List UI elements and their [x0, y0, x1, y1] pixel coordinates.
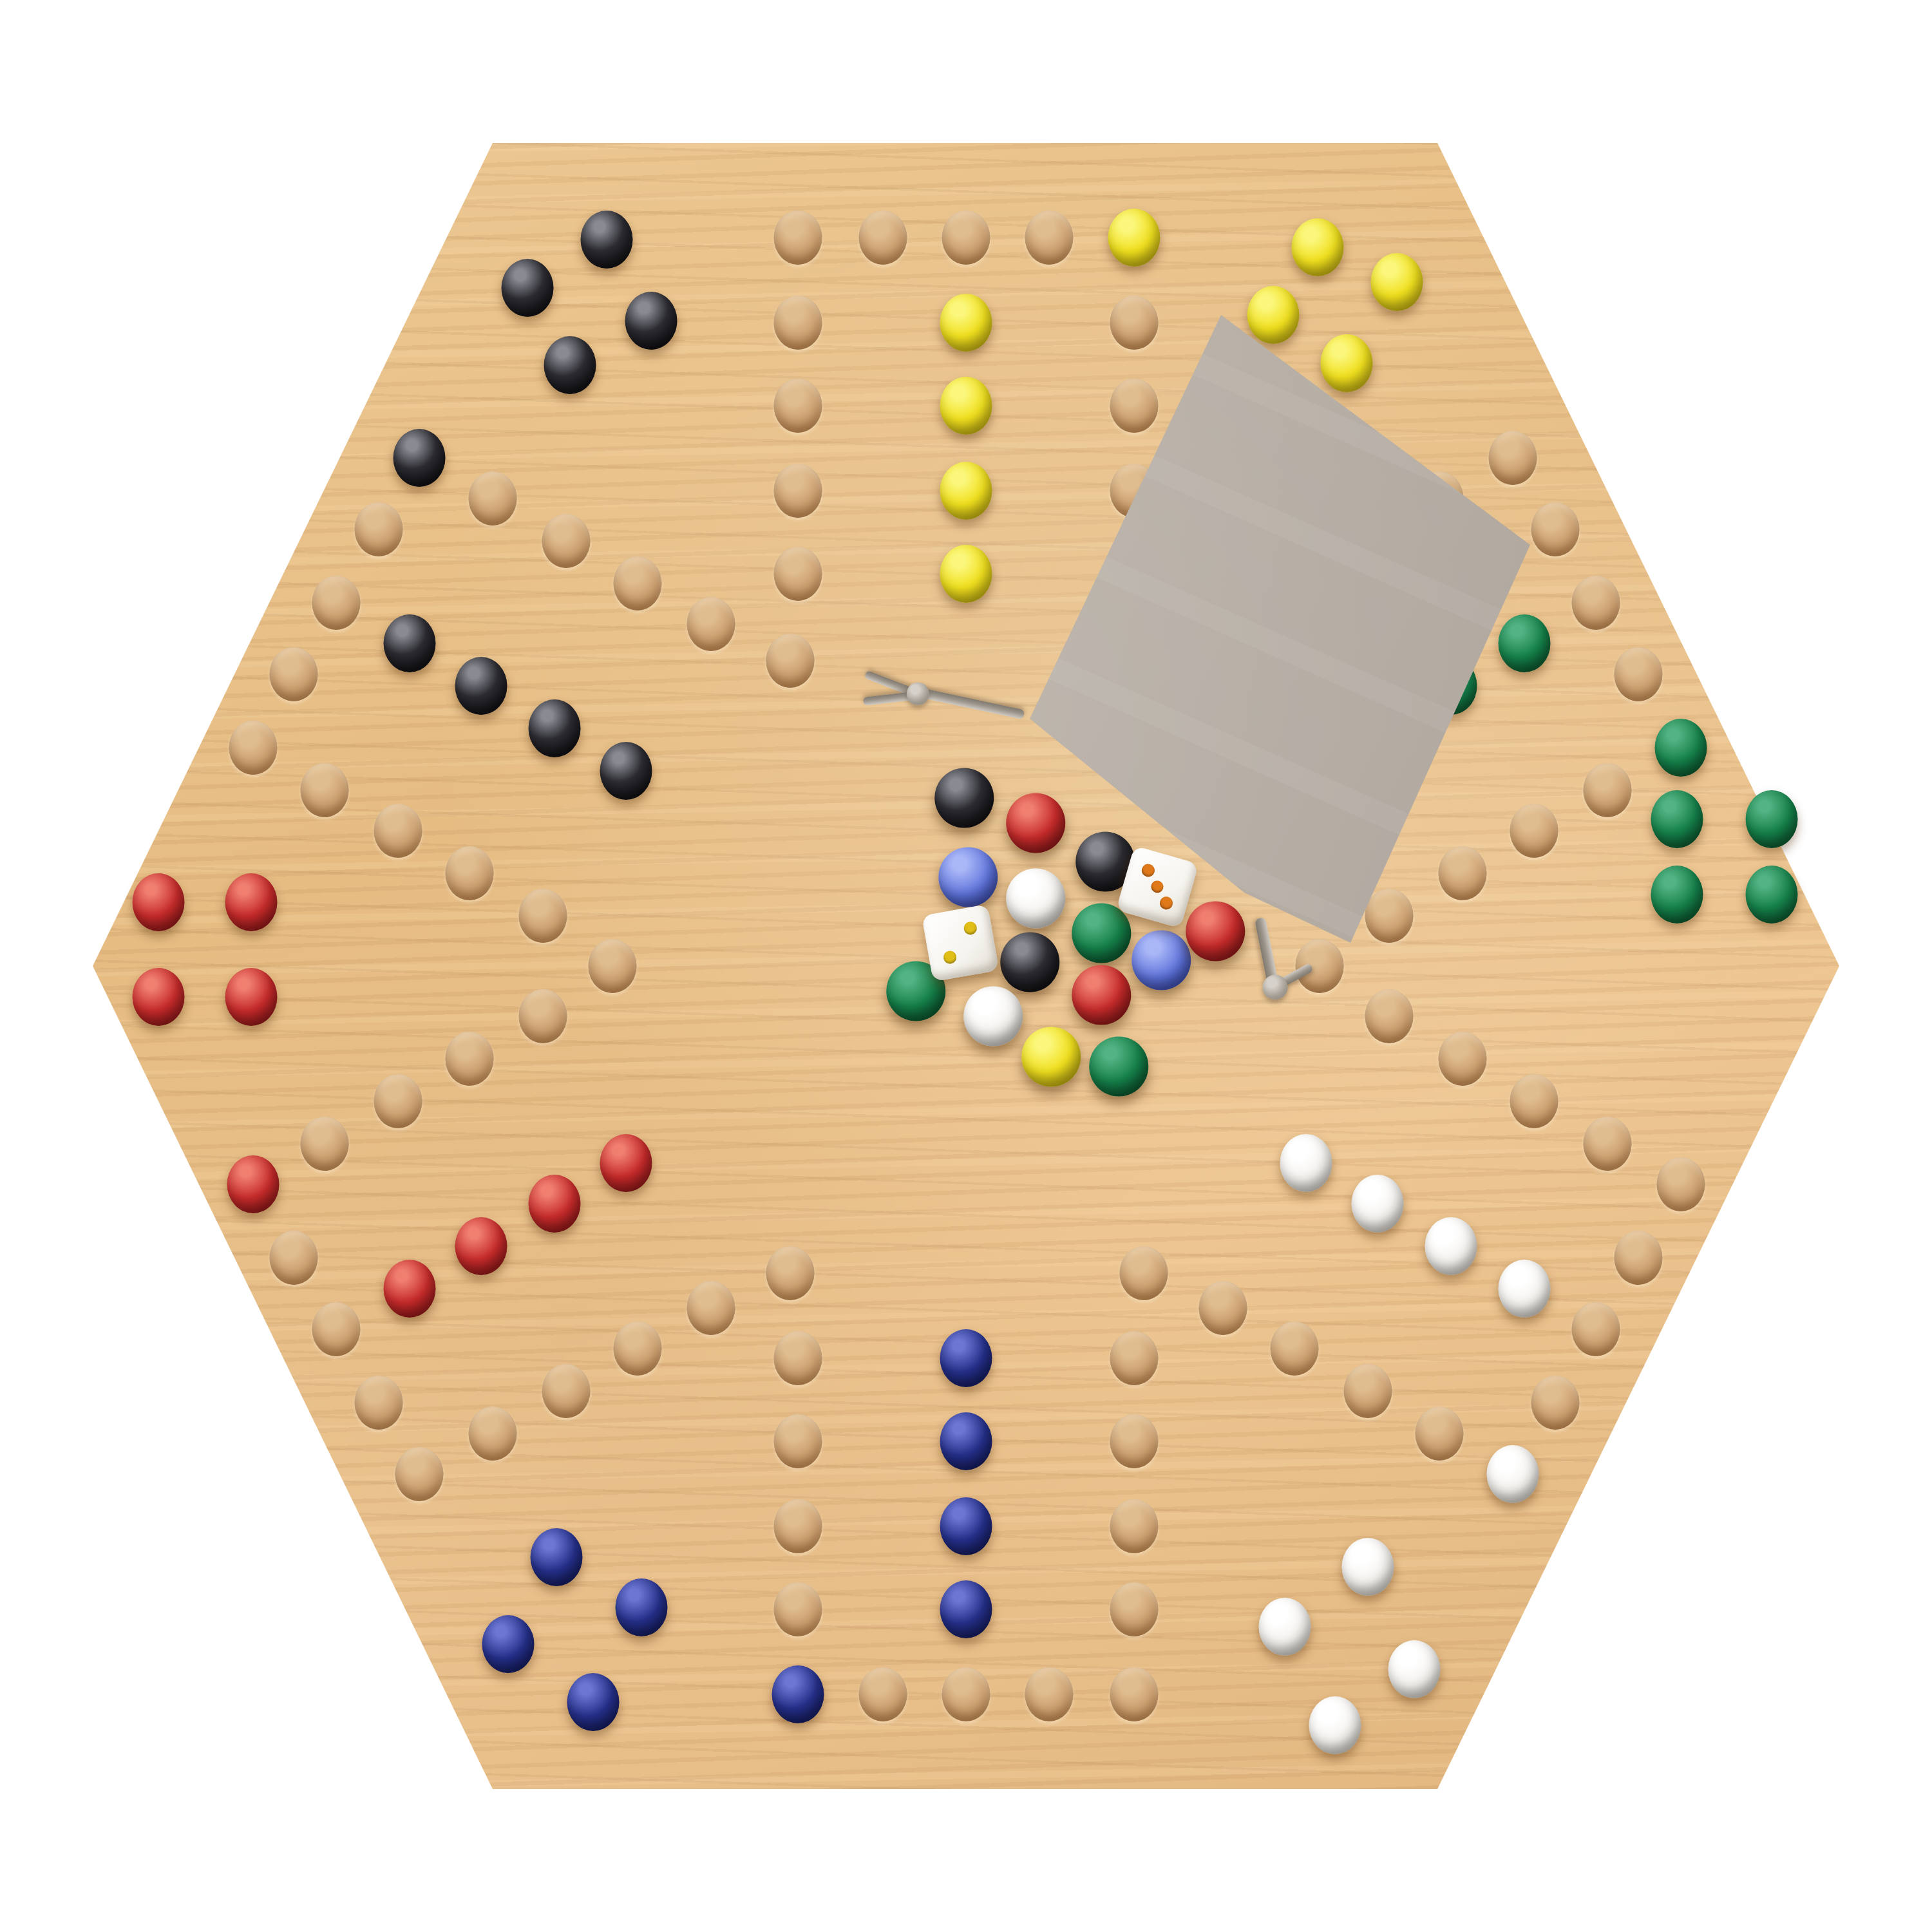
product-photo-stage: [0, 0, 1932, 1932]
drawstring-cord: [914, 687, 1025, 720]
drawstring-cords: [0, 0, 1932, 1932]
drawstring-knot: [1263, 975, 1288, 1000]
drawstring-knot: [907, 683, 929, 705]
